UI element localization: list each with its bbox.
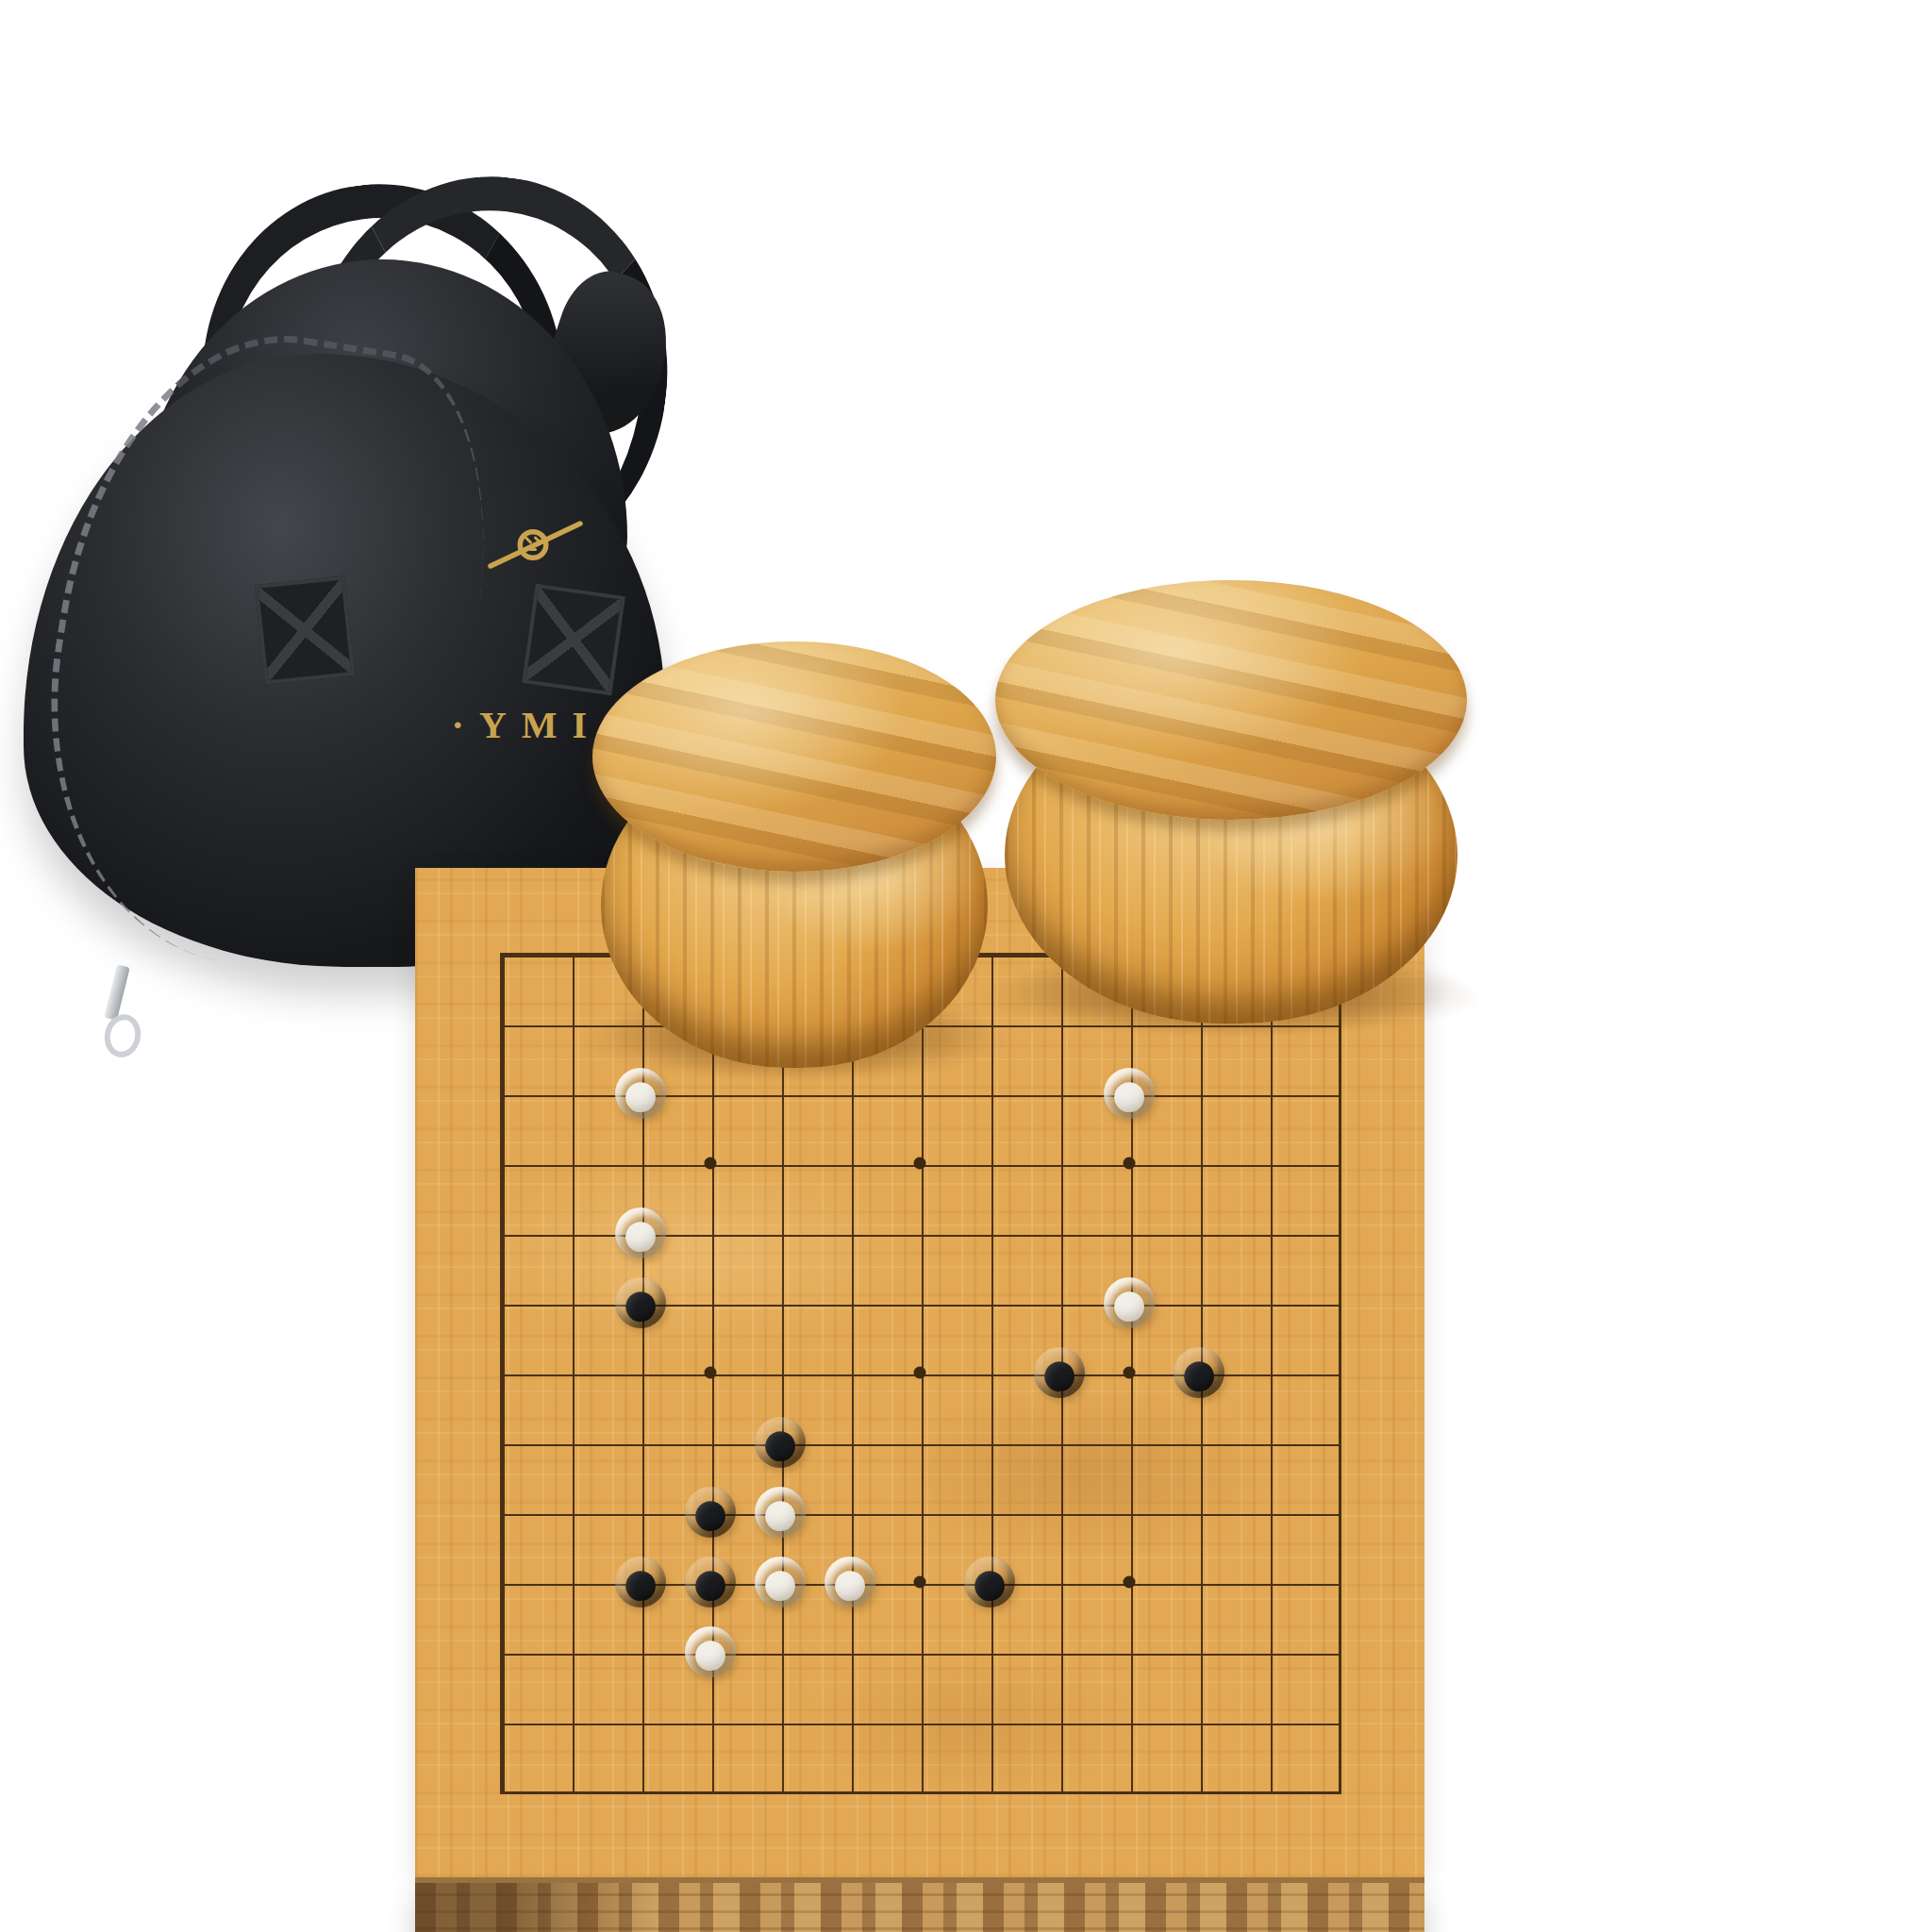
white-stone[interactable]: ●: [1099, 1063, 1159, 1124]
black-stone[interactable]: ●: [610, 1273, 671, 1333]
star-point: [705, 1367, 717, 1379]
carrying-bag: ·YMI·: [24, 184, 684, 986]
white-stone[interactable]: ●: [750, 1552, 810, 1612]
go-set-product-photo: ·YMI· ●●●●●●●●●●●●●●●●: [0, 0, 1932, 1932]
star-point: [914, 1576, 926, 1589]
star-point: [1124, 1158, 1136, 1170]
bowl-lid: [995, 580, 1467, 820]
black-stone[interactable]: ●: [680, 1552, 741, 1612]
black-stone[interactable]: ●: [959, 1552, 1020, 1612]
white-stone[interactable]: ●: [1099, 1273, 1159, 1333]
black-stone[interactable]: ●: [680, 1482, 741, 1542]
go-bowl-right: [995, 580, 1467, 1024]
black-stone[interactable]: ●: [750, 1412, 810, 1473]
black-stone[interactable]: ●: [1169, 1342, 1229, 1403]
star-point: [1124, 1367, 1136, 1379]
black-stone[interactable]: ●: [1029, 1342, 1090, 1403]
white-stone[interactable]: ●: [820, 1552, 880, 1612]
star-point: [1124, 1576, 1136, 1589]
white-stone[interactable]: ●: [750, 1482, 810, 1542]
go-bowl-left: [592, 641, 996, 1068]
white-stone[interactable]: ●: [610, 1203, 671, 1263]
bag-zipper-pull: [104, 964, 130, 1021]
black-stone[interactable]: ●: [610, 1552, 671, 1612]
monkey-king-icon: [462, 514, 604, 693]
white-stone[interactable]: ●: [680, 1622, 741, 1682]
go-board-side-edge: [415, 1877, 1424, 1932]
star-point: [914, 1158, 926, 1170]
star-point: [914, 1367, 926, 1379]
bowl-lid: [592, 641, 996, 872]
star-point: [705, 1158, 717, 1170]
